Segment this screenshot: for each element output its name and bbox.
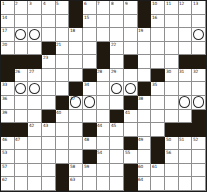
- crossword-cell-black: [69, 1, 83, 15]
- crossword-cell-black: [56, 96, 70, 110]
- crossword-cell[interactable]: 38: [138, 96, 152, 110]
- crossword-cell-black: [138, 15, 152, 29]
- cell-number: 2: [15, 1, 17, 5]
- crossword-cell-black: [97, 55, 111, 69]
- crossword-cell-black: [151, 69, 165, 83]
- cell-number: 15: [84, 15, 89, 19]
- crossword-cell[interactable]: 4: [42, 1, 56, 15]
- crossword-cell[interactable]: 64: [138, 177, 152, 191]
- crossword-cell[interactable]: 2: [15, 1, 29, 15]
- crossword-cell[interactable]: [15, 110, 29, 124]
- crossword-cell[interactable]: 34: [83, 82, 97, 96]
- crossword-cell[interactable]: [15, 164, 29, 178]
- crossword-cell[interactable]: 63: [69, 177, 83, 191]
- cell-number: 30: [166, 69, 171, 73]
- crossword-cell[interactable]: [42, 150, 56, 164]
- crossword-cell[interactable]: 55: [124, 150, 138, 164]
- crossword-cell-black: [15, 55, 29, 69]
- cell-number: 37: [70, 96, 75, 100]
- crossword-cell[interactable]: [179, 15, 193, 29]
- crossword-cell[interactable]: [124, 82, 138, 96]
- cell-number: 22: [111, 42, 116, 46]
- cell-number: 9: [125, 1, 127, 5]
- cell-number: 61: [152, 164, 157, 168]
- crossword-cell[interactable]: [138, 69, 152, 83]
- crossword-cell[interactable]: 30: [165, 69, 179, 83]
- cell-number: 46: [2, 137, 7, 141]
- cell-number: 34: [84, 82, 89, 86]
- crossword-cell[interactable]: [151, 177, 165, 191]
- cell-number: 10: [152, 1, 157, 5]
- cell-number: 4: [43, 1, 45, 5]
- crossword-cell[interactable]: [97, 110, 111, 124]
- crossword-cell[interactable]: [192, 150, 206, 164]
- crossword-cell-black: [151, 150, 165, 164]
- crossword-cell-black: [179, 55, 193, 69]
- crossword-cell[interactable]: [69, 150, 83, 164]
- crossword-cell[interactable]: [28, 177, 42, 191]
- crossword-cell[interactable]: 50: [165, 137, 179, 151]
- crossword-cell-black: [97, 42, 111, 56]
- cell-number: 1: [2, 1, 4, 5]
- crossword-cell[interactable]: [15, 96, 29, 110]
- crossword-cell-black: [83, 150, 97, 164]
- crossword-cell[interactable]: [110, 96, 124, 110]
- crossword-cell[interactable]: [151, 123, 165, 137]
- crossword-cell[interactable]: 32: [192, 69, 206, 83]
- crossword-cell[interactable]: [179, 110, 193, 124]
- cell-number: 51: [179, 137, 184, 141]
- crossword-cell[interactable]: 46: [1, 137, 15, 151]
- crossword-cell[interactable]: 41: [124, 110, 138, 124]
- circle-marker: [29, 29, 40, 40]
- crossword-cell[interactable]: [56, 15, 70, 29]
- crossword-cell[interactable]: 58: [69, 164, 83, 178]
- crossword-cell[interactable]: 43: [42, 123, 56, 137]
- crossword-cell-black: [124, 164, 138, 178]
- cell-number: 11: [166, 1, 171, 5]
- crossword-cell[interactable]: [42, 28, 56, 42]
- crossword-cell[interactable]: 59: [83, 164, 97, 178]
- crossword-cell[interactable]: 47: [15, 137, 29, 151]
- crossword-cell[interactable]: 13: [192, 1, 206, 15]
- crossword-cell[interactable]: 21: [56, 42, 70, 56]
- crossword-cell[interactable]: [192, 42, 206, 56]
- cell-number: 28: [97, 69, 102, 73]
- crossword-cell[interactable]: [165, 96, 179, 110]
- crossword-cell[interactable]: 31: [179, 69, 193, 83]
- crossword-cell[interactable]: [15, 42, 29, 56]
- crossword-cell[interactable]: 62: [1, 177, 15, 191]
- crossword-cell-black: [69, 15, 83, 29]
- crossword-cell[interactable]: [56, 82, 70, 96]
- cell-number: 40: [56, 110, 61, 114]
- crossword-cell[interactable]: 57: [1, 164, 15, 178]
- crossword-cell[interactable]: [42, 82, 56, 96]
- crossword-cell[interactable]: 54: [97, 150, 111, 164]
- cell-number: 41: [125, 110, 130, 114]
- crossword-cell[interactable]: 9: [124, 1, 138, 15]
- cell-number: 3: [29, 1, 31, 5]
- crossword-cell[interactable]: [110, 28, 124, 42]
- crossword-cell[interactable]: 1: [1, 1, 15, 15]
- crossword-cell[interactable]: 22: [110, 42, 124, 56]
- crossword-cell[interactable]: [15, 177, 29, 191]
- crossword-cell-black: [56, 177, 70, 191]
- crossword-cell[interactable]: [165, 177, 179, 191]
- crossword-grid: 1234567891011121314151617181920212223262…: [0, 0, 207, 192]
- crossword-cell[interactable]: [28, 150, 42, 164]
- cell-number: 57: [2, 164, 7, 168]
- crossword-cell[interactable]: [97, 15, 111, 29]
- cell-number: 31: [179, 69, 184, 73]
- crossword-cell[interactable]: 5: [56, 1, 70, 15]
- cell-number: 45: [111, 123, 116, 127]
- crossword-cell[interactable]: [69, 110, 83, 124]
- crossword-cell[interactable]: 53: [1, 150, 15, 164]
- crossword-cell[interactable]: [110, 177, 124, 191]
- cell-number: 26: [15, 69, 20, 73]
- crossword-cell-black: [69, 82, 83, 96]
- cell-number: 58: [70, 164, 75, 168]
- crossword-cell-black: [138, 1, 152, 15]
- crossword-cell[interactable]: 18: [69, 28, 83, 42]
- crossword-cell[interactable]: [83, 42, 97, 56]
- crossword-cell[interactable]: 28: [97, 69, 111, 83]
- cell-number: 62: [2, 177, 7, 181]
- cell-number: 39: [2, 110, 7, 114]
- crossword-cell-black: [110, 110, 124, 124]
- crossword-cell[interactable]: [151, 55, 165, 69]
- crossword-cell-black: [28, 55, 42, 69]
- crossword-cell[interactable]: [69, 137, 83, 151]
- crossword-cell[interactable]: [69, 55, 83, 69]
- crossword-cell[interactable]: [179, 150, 193, 164]
- crossword-cell[interactable]: 44: [97, 123, 111, 137]
- crossword-cell[interactable]: 15: [83, 15, 97, 29]
- crossword-cell[interactable]: [192, 15, 206, 29]
- crossword-cell[interactable]: [110, 150, 124, 164]
- crossword-cell[interactable]: [192, 177, 206, 191]
- crossword-cell-black: [1, 55, 15, 69]
- crossword-cell[interactable]: 29: [110, 69, 124, 83]
- cell-number: 23: [43, 55, 48, 59]
- crossword-cell[interactable]: [151, 28, 165, 42]
- crossword-cell[interactable]: [151, 42, 165, 56]
- crossword-cell-black: [83, 123, 97, 137]
- crossword-cell[interactable]: [28, 137, 42, 151]
- crossword-cell[interactable]: 8: [110, 1, 124, 15]
- crossword-cell[interactable]: 33: [1, 82, 15, 96]
- crossword-cell[interactable]: [192, 96, 206, 110]
- crossword-cell[interactable]: [15, 150, 29, 164]
- crossword-cell[interactable]: [165, 164, 179, 178]
- crossword-cell[interactable]: 40: [56, 110, 70, 124]
- cell-number: 35: [152, 82, 157, 86]
- crossword-cell[interactable]: 35: [151, 82, 165, 96]
- crossword-cell[interactable]: [28, 164, 42, 178]
- crossword-cell[interactable]: 3: [28, 1, 42, 15]
- crossword-cell[interactable]: [138, 123, 152, 137]
- crossword-cell[interactable]: [42, 96, 56, 110]
- cell-number: 27: [29, 69, 34, 73]
- circle-marker: [111, 83, 122, 94]
- crossword-cell[interactable]: 17: [1, 28, 15, 42]
- crossword-cell[interactable]: [124, 123, 138, 137]
- cell-number: 36: [2, 96, 7, 100]
- crossword-cell[interactable]: [97, 137, 111, 151]
- crossword-cell-black: [124, 96, 138, 110]
- cell-number: 17: [2, 28, 7, 32]
- cell-number: 63: [70, 177, 75, 181]
- crossword-cell-black: [56, 164, 70, 178]
- circle-marker: [193, 29, 204, 40]
- crossword-cell[interactable]: [124, 15, 138, 29]
- crossword-cell[interactable]: [165, 82, 179, 96]
- crossword-cell[interactable]: [97, 177, 111, 191]
- circle-marker: [29, 83, 40, 94]
- crossword-cell[interactable]: [56, 55, 70, 69]
- crossword-cell[interactable]: [83, 55, 97, 69]
- circle-marker: [84, 96, 95, 107]
- crossword-cell[interactable]: 6: [83, 1, 97, 15]
- crossword-cell[interactable]: [28, 110, 42, 124]
- crossword-cell-black: [42, 110, 56, 124]
- crossword-cell[interactable]: [179, 164, 193, 178]
- crossword-cell[interactable]: [110, 55, 124, 69]
- crossword-cell[interactable]: [28, 82, 42, 96]
- crossword-cell-black: [124, 55, 138, 69]
- circle-marker: [125, 83, 136, 94]
- crossword-cell-black: [42, 42, 56, 56]
- crossword-cell[interactable]: 37: [69, 96, 83, 110]
- crossword-cell[interactable]: [179, 96, 193, 110]
- crossword-cell[interactable]: 51: [179, 137, 193, 151]
- crossword-cell[interactable]: [28, 28, 42, 42]
- crossword-cell[interactable]: [56, 150, 70, 164]
- crossword-cell[interactable]: [15, 15, 29, 29]
- cell-number: 49: [138, 137, 143, 141]
- crossword-cell-black: [1, 123, 15, 137]
- cell-number: 56: [166, 150, 171, 154]
- crossword-cell[interactable]: [192, 82, 206, 96]
- crossword-cell-black: [179, 123, 193, 137]
- crossword-cell[interactable]: [151, 110, 165, 124]
- cell-number: 59: [84, 164, 89, 168]
- crossword-cell-black: [124, 137, 138, 151]
- crossword-cell[interactable]: [28, 96, 42, 110]
- crossword-cell[interactable]: [97, 164, 111, 178]
- cell-number: 60: [138, 164, 143, 168]
- cell-number: 44: [97, 123, 102, 127]
- crossword-cell-black: [192, 110, 206, 124]
- crossword-cell-black: [1, 69, 15, 83]
- cell-number: 48: [84, 137, 89, 141]
- cell-number: 13: [193, 1, 198, 5]
- crossword-cell-black: [15, 123, 29, 137]
- crossword-cell-black: [165, 123, 179, 137]
- crossword-cell[interactable]: [124, 42, 138, 56]
- crossword-cell[interactable]: [110, 164, 124, 178]
- crossword-cell[interactable]: [69, 42, 83, 56]
- circle-marker: [179, 96, 190, 107]
- crossword-cell[interactable]: [97, 82, 111, 96]
- crossword-cell[interactable]: 39: [1, 110, 15, 124]
- crossword-cell-black: [192, 123, 206, 137]
- cell-number: 21: [56, 42, 61, 46]
- crossword-cell[interactable]: 11: [165, 1, 179, 15]
- crossword-cell[interactable]: [110, 137, 124, 151]
- cell-number: 54: [97, 150, 102, 154]
- crossword-cell[interactable]: [97, 28, 111, 42]
- crossword-cell[interactable]: [42, 137, 56, 151]
- crossword-cell-black: [83, 69, 97, 83]
- cell-number: 16: [152, 15, 157, 19]
- crossword-cell[interactable]: [165, 15, 179, 29]
- crossword-cell[interactable]: [192, 28, 206, 42]
- crossword-cell[interactable]: 56: [165, 150, 179, 164]
- crossword-cell[interactable]: [83, 110, 97, 124]
- crossword-cell[interactable]: [179, 177, 193, 191]
- cell-number: 64: [138, 177, 143, 181]
- crossword-cell[interactable]: 36: [1, 96, 15, 110]
- crossword-cell[interactable]: 48: [83, 137, 97, 151]
- cell-number: 18: [70, 28, 75, 32]
- cell-number: 53: [2, 150, 7, 154]
- crossword-cell[interactable]: [192, 164, 206, 178]
- crossword-cell[interactable]: [165, 55, 179, 69]
- crossword-cell[interactable]: [138, 55, 152, 69]
- crossword-cell[interactable]: [28, 42, 42, 56]
- crossword-cell[interactable]: [165, 28, 179, 42]
- cell-number: 38: [138, 96, 143, 100]
- crossword-cell[interactable]: [165, 42, 179, 56]
- cell-number: 7: [97, 1, 99, 5]
- cell-number: 43: [43, 123, 48, 127]
- crossword-cell[interactable]: [110, 15, 124, 29]
- crossword-cell[interactable]: [56, 28, 70, 42]
- cell-number: 14: [2, 15, 7, 19]
- crossword-cell[interactable]: 19: [138, 28, 152, 42]
- crossword-cell[interactable]: 20: [1, 42, 15, 56]
- crossword-cell[interactable]: 10: [151, 1, 165, 15]
- crossword-cell[interactable]: [56, 137, 70, 151]
- crossword-cell[interactable]: [69, 123, 83, 137]
- crossword-cell-black: [124, 177, 138, 191]
- crossword-cell-black: [138, 82, 152, 96]
- crossword-cell[interactable]: [15, 28, 29, 42]
- cell-number: 33: [2, 82, 7, 86]
- circle-marker: [70, 96, 81, 107]
- crossword-cell[interactable]: 7: [97, 1, 111, 15]
- crossword-cell[interactable]: 27: [28, 69, 42, 83]
- cell-number: 47: [15, 137, 20, 141]
- cell-number: 12: [179, 1, 184, 5]
- crossword-cell[interactable]: 23: [42, 55, 56, 69]
- crossword-cell[interactable]: [42, 15, 56, 29]
- crossword-cell[interactable]: [124, 28, 138, 42]
- crossword-cell[interactable]: 60: [138, 164, 152, 178]
- crossword-cell[interactable]: 26: [15, 69, 29, 83]
- crossword-cell[interactable]: [124, 69, 138, 83]
- crossword-cell[interactable]: [15, 82, 29, 96]
- circle-marker: [193, 96, 204, 107]
- cell-number: 50: [166, 137, 171, 141]
- crossword-cell[interactable]: [97, 96, 111, 110]
- crossword-cell[interactable]: [151, 96, 165, 110]
- crossword-cell-black: [192, 55, 206, 69]
- crossword-cell[interactable]: [138, 110, 152, 124]
- crossword-cell[interactable]: [56, 69, 70, 83]
- cell-number: 42: [29, 123, 34, 127]
- crossword-cell[interactable]: 61: [151, 164, 165, 178]
- crossword-cell[interactable]: 16: [151, 15, 165, 29]
- crossword-cell[interactable]: [56, 123, 70, 137]
- circle-marker: [15, 83, 26, 94]
- crossword-cell[interactable]: [179, 82, 193, 96]
- crossword-cell[interactable]: 45: [110, 123, 124, 137]
- crossword-cell[interactable]: 12: [179, 1, 193, 15]
- crossword-cell[interactable]: 49: [138, 137, 152, 151]
- crossword-cell[interactable]: [138, 150, 152, 164]
- cell-number: 55: [125, 150, 130, 154]
- cell-number: 8: [111, 1, 113, 5]
- crossword-cell[interactable]: [42, 69, 56, 83]
- cell-number: 5: [56, 1, 58, 5]
- crossword-cell[interactable]: 42: [28, 123, 42, 137]
- cell-number: 52: [193, 137, 198, 141]
- crossword-cell[interactable]: [83, 96, 97, 110]
- crossword-cell[interactable]: [179, 42, 193, 56]
- crossword-cell[interactable]: [138, 42, 152, 56]
- crossword-cell[interactable]: [165, 110, 179, 124]
- crossword-cell[interactable]: 52: [192, 137, 206, 151]
- cell-number: 19: [138, 28, 143, 32]
- crossword-cell[interactable]: [83, 28, 97, 42]
- cell-number: 32: [193, 69, 198, 73]
- crossword-cell[interactable]: [83, 177, 97, 191]
- cell-number: 6: [84, 1, 86, 5]
- circle-marker: [15, 29, 26, 40]
- cell-number: 20: [2, 42, 7, 46]
- crossword-cell[interactable]: 14: [1, 15, 15, 29]
- crossword-cell-black: [151, 137, 165, 151]
- crossword-cell[interactable]: [28, 15, 42, 29]
- crossword-cell[interactable]: [42, 177, 56, 191]
- crossword-cell[interactable]: [110, 82, 124, 96]
- crossword-cell[interactable]: [179, 28, 193, 42]
- crossword-cell[interactable]: [42, 164, 56, 178]
- crossword-cell[interactable]: [69, 69, 83, 83]
- cell-number: 29: [111, 69, 116, 73]
